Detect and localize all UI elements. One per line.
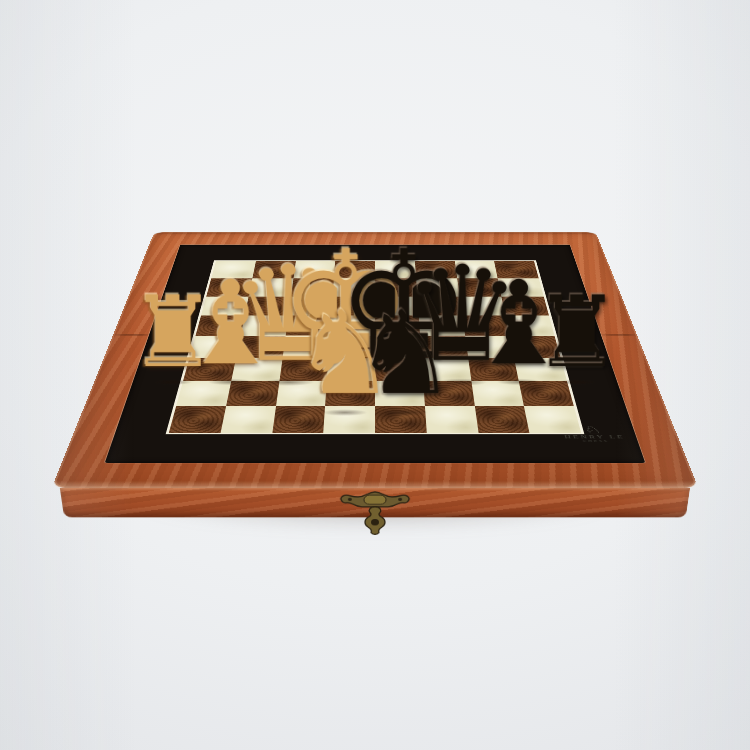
pieces-layer: ♜♝♛♚♞♚♞♛♝♜: [52, 232, 699, 487]
piece-black-knight[interactable]: ♞: [323, 297, 488, 412]
piece-black-rook[interactable]: ♜: [498, 284, 656, 382]
chess-box-lid: ♘ HENRY LE CHESS ♜♝♛♚♞♚♞♛♝♜: [52, 232, 699, 487]
product-photo-background: ♘ HENRY LE CHESS ♜♝♛♚♞♚♞♛♝♜: [0, 0, 750, 750]
scene: ♘ HENRY LE CHESS ♜♝♛♚♞♚♞♛♝♜: [0, 0, 750, 750]
latch-pendant-icon[interactable]: [362, 506, 388, 535]
box-front-face: [60, 488, 690, 518]
